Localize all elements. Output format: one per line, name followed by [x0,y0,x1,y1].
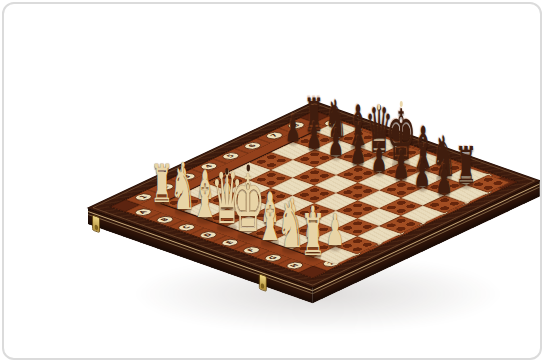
chess-set-photo: 12345678 12345678 ABCDEFGH ABCDEFGH ♜♞♟♝… [0,0,544,362]
coord-label-6: 6 [241,141,265,151]
coord-label-5: 5 [219,151,243,161]
coord-label-7: 7 [262,131,286,141]
contrast-finial [378,103,381,109]
coord-label-b: B [153,215,177,225]
coord-label-1: 1 [132,192,156,202]
coord-label-h: H [283,261,307,271]
contrast-finial [399,101,402,107]
coord-label-8: 8 [284,120,308,130]
coord-label-a: A [131,207,155,217]
brass-latch-icon [259,273,267,292]
coord-label-4: 4 [197,161,221,171]
coord-label-g: G [261,253,285,263]
coord-label-e: E [218,238,242,248]
coord-label-d: D [196,230,220,240]
coord-label-2: 2 [153,182,177,192]
coord-label-3: 3 [175,172,199,182]
coord-label-c: C [175,222,199,232]
brass-latch-icon [92,215,100,234]
coord-label-f: F [240,245,264,255]
